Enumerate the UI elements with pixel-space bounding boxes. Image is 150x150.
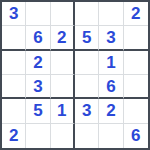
- cell-r3c1[interactable]: [2, 51, 26, 75]
- cell-r3c6[interactable]: [124, 51, 148, 75]
- cell-r4c5[interactable]: 6: [99, 75, 123, 99]
- cell-r5c5[interactable]: 2: [99, 99, 123, 123]
- cell-r2c3[interactable]: 2: [51, 26, 75, 50]
- cell-r5c2[interactable]: 5: [26, 99, 50, 123]
- sudoku-board: 3262532136513226: [0, 0, 150, 150]
- cell-r1c3[interactable]: [51, 2, 75, 26]
- cell-r1c1[interactable]: 3: [2, 2, 26, 26]
- cell-r4c3[interactable]: [51, 75, 75, 99]
- cell-r2c4[interactable]: 5: [75, 26, 99, 50]
- cell-r5c3[interactable]: 1: [51, 99, 75, 123]
- cell-r6c6[interactable]: 6: [124, 124, 148, 148]
- cell-r2c5[interactable]: 3: [99, 26, 123, 50]
- cell-r1c2[interactable]: [26, 2, 50, 26]
- cell-r4c4[interactable]: [75, 75, 99, 99]
- cell-r2c1[interactable]: [2, 26, 26, 50]
- cell-r6c3[interactable]: [51, 124, 75, 148]
- cell-r2c2[interactable]: 6: [26, 26, 50, 50]
- cell-r1c4[interactable]: [75, 2, 99, 26]
- cell-r6c5[interactable]: [99, 124, 123, 148]
- cell-r3c3[interactable]: [51, 51, 75, 75]
- cell-r5c6[interactable]: [124, 99, 148, 123]
- cell-r6c4[interactable]: [75, 124, 99, 148]
- cell-r6c2[interactable]: [26, 124, 50, 148]
- cell-r2c6[interactable]: [124, 26, 148, 50]
- cell-r6c1[interactable]: 2: [2, 124, 26, 148]
- cell-r3c2[interactable]: 2: [26, 51, 50, 75]
- cell-r5c1[interactable]: [2, 99, 26, 123]
- cell-r4c6[interactable]: [124, 75, 148, 99]
- cell-r5c4[interactable]: 3: [75, 99, 99, 123]
- cell-r1c5[interactable]: [99, 2, 123, 26]
- cell-r3c4[interactable]: [75, 51, 99, 75]
- cell-r1c6[interactable]: 2: [124, 2, 148, 26]
- cell-r4c2[interactable]: 3: [26, 75, 50, 99]
- cell-r3c5[interactable]: 1: [99, 51, 123, 75]
- cell-r4c1[interactable]: [2, 75, 26, 99]
